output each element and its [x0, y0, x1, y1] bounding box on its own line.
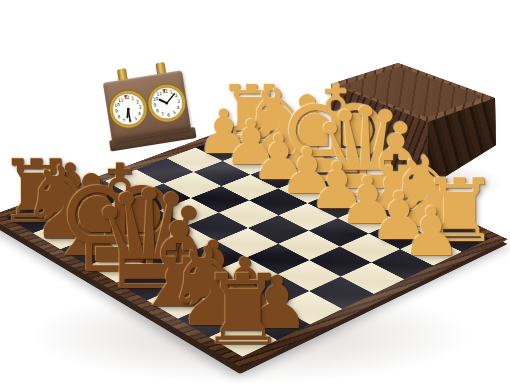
piece-white-pawn[interactable]: ♟ — [401, 198, 461, 265]
chess-set-photo: 123456789101112 123456789101112 ♜♞♝♛♚♝♞♜… — [0, 0, 510, 389]
piece-black-rook[interactable]: ♜ — [199, 262, 287, 360]
